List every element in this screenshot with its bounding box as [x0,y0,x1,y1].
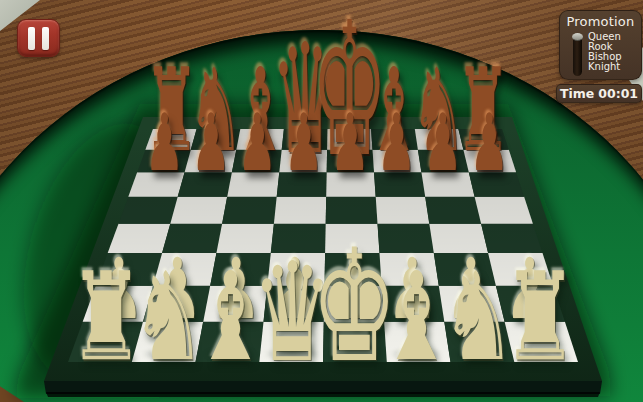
piece-black-pawn-d7[interactable]: ♟ [284,139,323,183]
promotion-panel: Promotion QueenRookBishopKnight [559,10,642,80]
square-b5[interactable] [170,197,227,224]
pause-button[interactable] [17,19,60,57]
piece-white-rook-h1[interactable]: ♜ [503,294,578,378]
pause-icon [28,27,35,50]
promotion-slider[interactable] [573,34,582,76]
square-g5[interactable] [425,197,481,224]
promotion-slider-knob[interactable] [572,33,583,41]
promotion-body: QueenRookBishopKnight [560,29,641,76]
piece-black-pawn-c7[interactable]: ♟ [238,139,277,183]
piece-black-pawn-b7[interactable]: ♟ [191,139,230,183]
time-value: 00:01 [598,86,638,101]
piece-black-pawn-g7[interactable]: ♟ [423,139,462,183]
time-label: Time [560,86,594,101]
promotion-title: Promotion [560,14,641,29]
square-c5[interactable] [222,197,277,224]
piece-black-pawn-a7[interactable]: ♟ [145,139,184,183]
piece-black-pawn-h7[interactable]: ♟ [469,139,508,183]
time-display: Time 00:01 [556,84,642,103]
promotion-option-knight[interactable]: Knight [588,62,622,72]
promotion-options: QueenRookBishopKnight [588,32,622,76]
piece-black-pawn-e7[interactable]: ♟ [330,139,369,183]
square-h5[interactable] [475,197,533,224]
piece-black-pawn-f7[interactable]: ♟ [377,139,416,183]
pause-icon [42,27,49,50]
square-a5[interactable] [119,197,178,224]
